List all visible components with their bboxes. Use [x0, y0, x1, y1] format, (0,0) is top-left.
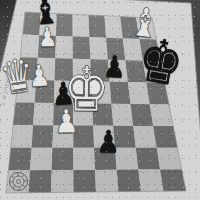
piece-black-pawn[interactable]: ♟ — [97, 126, 120, 157]
chessboard-photo: © W·CHESS ♝♝♟♚♟♛♟♟♚♟♟ — [0, 0, 200, 200]
piece-white-pawn[interactable]: ♟ — [37, 23, 58, 51]
piece-white-pawn[interactable]: ♟ — [27, 60, 51, 91]
piece-white-pawn[interactable]: ♟ — [54, 105, 79, 139]
